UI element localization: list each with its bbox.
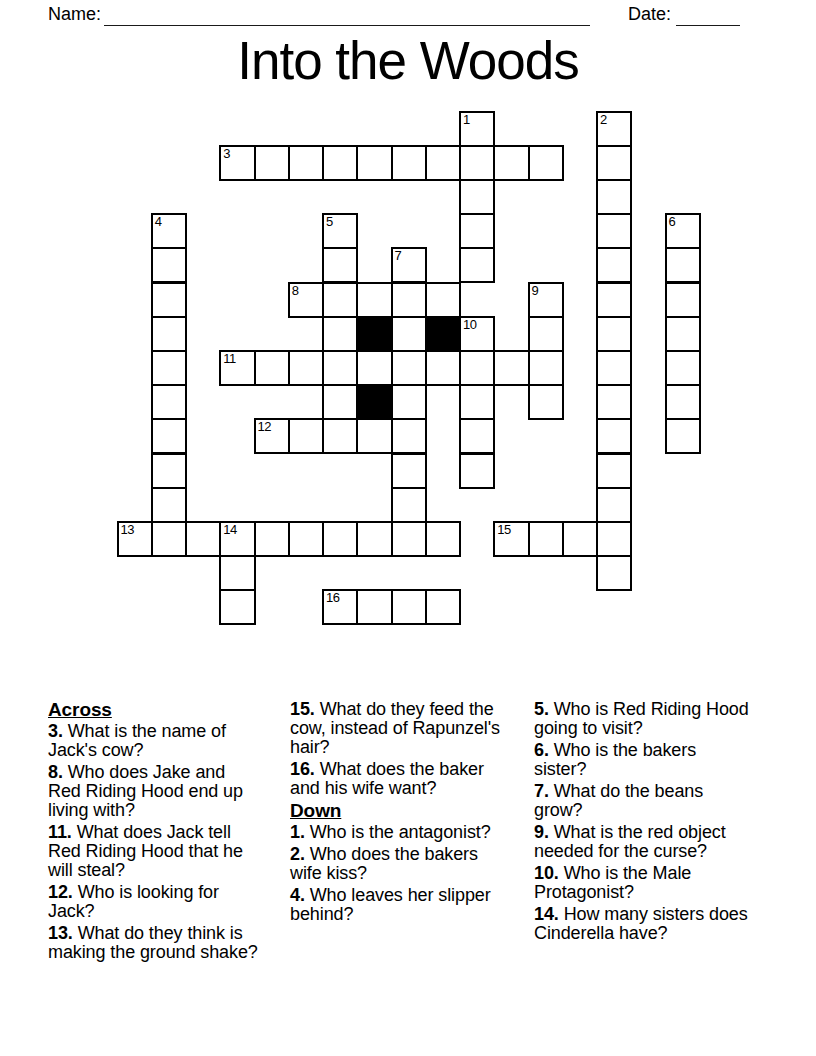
grid-cell[interactable]: 6 [665,213,701,249]
cell-number: 14 [223,523,236,537]
grid-cell[interactable]: 11 [219,350,255,386]
down-header: Down [290,801,508,820]
grid-cell[interactable] [288,145,324,181]
grid-cell[interactable] [356,350,392,386]
grid-cell[interactable] [391,282,427,318]
grid-cell[interactable]: 9 [528,282,564,318]
cell-number: 4 [155,215,162,229]
grid-cell[interactable] [288,418,324,454]
grid-cell[interactable]: 15 [493,521,529,557]
grid-cell[interactable] [322,282,358,318]
grid-cell[interactable] [596,316,632,352]
grid-cell[interactable] [665,316,701,352]
grid-cell[interactable] [459,145,495,181]
grid-cell[interactable] [288,521,324,557]
grid-cell[interactable] [151,521,187,557]
across-clue-8: 8. Who does Jake and Red Riding Hood end… [48,763,262,820]
grid-cell[interactable]: 4 [151,213,187,249]
grid-cell[interactable] [151,487,187,523]
grid-cell[interactable] [151,282,187,318]
grid-cell[interactable] [665,418,701,454]
grid-cell[interactable] [391,145,427,181]
grid-cell[interactable] [596,282,632,318]
name-blank-line[interactable] [104,4,590,26]
black-cell [425,316,461,352]
grid-cell[interactable] [596,487,632,523]
grid-cell[interactable] [425,589,461,625]
cell-number: 10 [463,318,476,332]
across-clue-11: 11. What does Jack tell Red Riding Hood … [48,823,262,880]
grid-cell[interactable]: 1 [459,111,495,147]
grid-cell[interactable] [459,213,495,249]
grid-cell[interactable] [322,384,358,420]
grid-cell[interactable] [322,418,358,454]
black-cell [356,384,392,420]
grid-cell[interactable] [356,418,392,454]
grid-cell[interactable] [665,350,701,386]
grid-cell[interactable] [665,282,701,318]
grid-cell[interactable] [219,589,255,625]
grid-cell[interactable] [356,282,392,318]
grid-cell[interactable] [596,213,632,249]
grid-cell[interactable] [391,418,427,454]
grid-cell[interactable] [322,350,358,386]
across-clue-13: 13. What do they think is making the gro… [48,924,262,962]
grid-cell[interactable] [528,145,564,181]
grid-cell[interactable] [356,521,392,557]
grid-cell[interactable]: 13 [117,521,153,557]
grid-cell[interactable]: 10 [459,316,495,352]
grid-cell[interactable] [493,350,529,386]
grid-cell[interactable]: 5 [322,213,358,249]
grid-cell[interactable] [356,145,392,181]
cell-number: 6 [669,215,676,229]
cell-number: 8 [292,284,299,298]
grid-cell[interactable] [151,350,187,386]
grid-cell[interactable] [665,384,701,420]
cell-number: 5 [326,215,333,229]
worksheet-header: Name: Date: [0,4,816,28]
down-clue-14: 14. How many sisters does Cinderella hav… [534,905,752,943]
grid-cell[interactable] [391,384,427,420]
grid-cell[interactable] [322,145,358,181]
grid-cell[interactable] [151,247,187,283]
grid-cell[interactable] [596,418,632,454]
grid-cell[interactable] [596,521,632,557]
grid-cell[interactable] [459,418,495,454]
clue-column-3: 5. Who is Red Riding Hood going to visit… [534,700,752,946]
clue-column-2: 15. What do they feed the cow, instead o… [290,700,508,927]
grid-cell[interactable] [596,247,632,283]
down-clue-6: 6. Who is the bakers sister? [534,741,752,779]
grid-cell[interactable] [459,179,495,215]
down-clue-7: 7. What do the beans grow? [534,782,752,820]
down-clue-1: 1. Who is the antagonist? [290,823,508,842]
grid-cell[interactable] [254,350,290,386]
grid-cell[interactable] [219,555,255,591]
puzzle-title: Into the Woods [0,31,816,91]
grid-cell[interactable] [288,350,324,386]
down-clue-5: 5. Who is Red Riding Hood going to visit… [534,700,752,738]
grid-cell[interactable] [151,316,187,352]
grid-cell[interactable] [562,521,598,557]
grid-cell[interactable]: 3 [219,145,255,181]
name-label: Name: [48,4,101,25]
grid-cell[interactable] [425,145,461,181]
grid-cell[interactable]: 2 [596,111,632,147]
date-blank-line[interactable] [676,4,740,26]
grid-cell[interactable] [596,384,632,420]
cell-number: 3 [223,147,230,161]
grid-cell[interactable]: 12 [254,418,290,454]
down-clue-10: 10. Who is the Male Protagonist? [534,864,752,902]
across-clue-15: 15. What do they feed the cow, instead o… [290,700,508,757]
grid-cell[interactable] [356,589,392,625]
cell-number: 2 [600,113,607,127]
grid-cell[interactable] [391,521,427,557]
cell-number: 7 [395,249,402,263]
grid-cell[interactable] [322,247,358,283]
grid-cell[interactable] [596,179,632,215]
down-clue-9: 9. What is the red object needed for the… [534,823,752,861]
cell-number: 1 [463,113,470,127]
grid-cell[interactable] [596,350,632,386]
down-clue-2: 2. Who does the bakers wife kiss? [290,845,508,883]
grid-cell[interactable] [254,145,290,181]
black-cell [356,316,392,352]
across-clue-3: 3. What is the name of Jack's cow? [48,722,262,760]
grid-cell[interactable] [596,555,632,591]
cell-number: 16 [326,591,339,605]
cell-number: 9 [532,284,539,298]
grid-cell[interactable] [528,350,564,386]
grid-cell[interactable] [459,384,495,420]
down-clue-4: 4. Who leaves her slipper behind? [290,886,508,924]
grid-cell[interactable] [596,145,632,181]
cell-number: 15 [497,523,510,537]
grid-cell[interactable] [425,521,461,557]
grid-cell[interactable] [391,350,427,386]
grid-cell[interactable] [459,247,495,283]
grid-cell[interactable] [254,521,290,557]
grid-cell[interactable]: 16 [322,589,358,625]
grid-cell[interactable] [391,589,427,625]
grid-cell[interactable] [151,418,187,454]
grid-cell[interactable] [185,521,221,557]
grid-cell[interactable]: 14 [219,521,255,557]
grid-cell[interactable] [528,521,564,557]
grid-cell[interactable] [322,521,358,557]
grid-cell[interactable] [391,487,427,523]
grid-cell[interactable] [459,350,495,386]
grid-cell[interactable]: 7 [391,247,427,283]
cell-number: 12 [258,420,271,434]
grid-cell[interactable] [151,384,187,420]
cell-number: 11 [223,352,236,366]
grid-cell[interactable] [665,247,701,283]
grid-cell[interactable] [322,316,358,352]
grid-cell[interactable] [425,350,461,386]
grid-cell[interactable] [528,316,564,352]
grid-cell[interactable] [596,453,632,489]
across-clue-12: 12. Who is looking for Jack? [48,883,262,921]
clue-column-1: Across3. What is the name of Jack's cow?… [48,700,262,965]
across-header: Across [48,700,262,719]
grid-cell[interactable]: 8 [288,282,324,318]
date-label: Date: [628,4,671,25]
cell-number: 13 [121,523,134,537]
grid-cell[interactable] [391,453,427,489]
grid-cell[interactable] [459,453,495,489]
grid-cell[interactable] [528,384,564,420]
grid-cell[interactable] [391,316,427,352]
across-clue-16: 16. What does the baker and his wife wan… [290,760,508,798]
grid-cell[interactable] [493,145,529,181]
grid-cell[interactable] [425,282,461,318]
grid-cell[interactable] [151,453,187,489]
